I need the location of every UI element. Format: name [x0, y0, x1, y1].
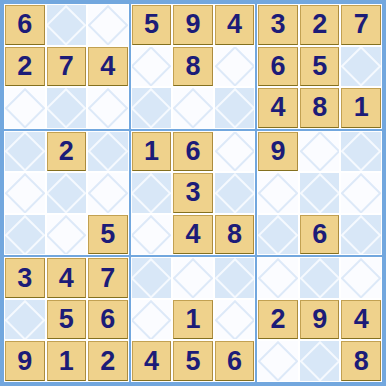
diamond-icon [300, 341, 340, 381]
cell-r7c9[interactable] [341, 258, 381, 298]
cell-r9c5[interactable]: 5 [173, 341, 213, 381]
cell-r6c4[interactable] [132, 215, 172, 255]
diamond-icon [341, 215, 381, 255]
cell-r5c2[interactable] [47, 173, 87, 213]
diamond-icon [215, 132, 255, 172]
cell-r5c3[interactable] [88, 173, 128, 213]
diamond-icon [132, 47, 172, 87]
cell-r5c5[interactable]: 3 [173, 173, 213, 213]
diamond-icon [300, 173, 340, 213]
cell-r3c6[interactable] [215, 88, 255, 128]
cell-r8c3[interactable]: 6 [88, 300, 128, 340]
cell-r2c4[interactable] [132, 47, 172, 87]
diamond-icon [47, 215, 87, 255]
cell-r1c2[interactable] [47, 5, 87, 45]
cell-r9c9[interactable]: 8 [341, 341, 381, 381]
diamond-icon [88, 88, 128, 128]
cell-r4c6[interactable] [215, 132, 255, 172]
diamond-icon [173, 88, 213, 128]
box-2-2: 16348 [131, 131, 256, 256]
diamond-icon [341, 173, 381, 213]
cell-r2c9[interactable] [341, 47, 381, 87]
box-3-3: 2948 [257, 257, 382, 382]
cell-r8c6[interactable] [215, 300, 255, 340]
diamond-icon [215, 88, 255, 128]
box-1-2: 5948 [131, 4, 256, 129]
cell-r4c1[interactable] [5, 132, 45, 172]
box-3-2: 1456 [131, 257, 256, 382]
cell-r7c4[interactable] [132, 258, 172, 298]
cell-r2c8[interactable]: 5 [300, 47, 340, 87]
diamond-icon [258, 173, 298, 213]
diamond-icon [132, 258, 172, 298]
cell-r3c8[interactable]: 8 [300, 88, 340, 128]
cell-r1c7[interactable]: 3 [258, 5, 298, 45]
diamond-icon [5, 215, 45, 255]
cell-r5c1[interactable] [5, 173, 45, 213]
cell-r2c3[interactable]: 4 [88, 47, 128, 87]
cell-r4c3[interactable] [88, 132, 128, 172]
diamond-icon [132, 215, 172, 255]
box-1-3: 32765481 [257, 4, 382, 129]
diamond-icon [215, 300, 255, 340]
cell-r2c6[interactable] [215, 47, 255, 87]
diamond-icon [88, 132, 128, 172]
diamond-icon [258, 341, 298, 381]
cell-r8c1[interactable] [5, 300, 45, 340]
cell-r6c7[interactable] [258, 215, 298, 255]
cell-r6c5[interactable]: 4 [173, 215, 213, 255]
cell-r9c3[interactable]: 2 [88, 341, 128, 381]
cell-r6c9[interactable] [341, 215, 381, 255]
cell-r6c3[interactable]: 5 [88, 215, 128, 255]
cell-r8c8[interactable]: 9 [300, 300, 340, 340]
diamond-icon [88, 173, 128, 213]
diamond-icon [5, 300, 45, 340]
cell-r9c4[interactable]: 4 [132, 341, 172, 381]
cell-r8c2[interactable]: 5 [47, 300, 87, 340]
diamond-icon [258, 258, 298, 298]
cell-r7c2[interactable]: 4 [47, 258, 87, 298]
sudoku-board: 6274594832765481251634896347569121456294… [0, 0, 386, 386]
cell-r6c2[interactable] [47, 215, 87, 255]
diamond-icon [132, 173, 172, 213]
cell-r7c3[interactable]: 7 [88, 258, 128, 298]
cell-r5c7[interactable] [258, 173, 298, 213]
diamond-icon [47, 173, 87, 213]
diamond-icon [341, 132, 381, 172]
cell-r3c1[interactable] [5, 88, 45, 128]
diamond-icon [215, 173, 255, 213]
diamond-icon [341, 258, 381, 298]
diamond-icon [215, 258, 255, 298]
cell-r3c2[interactable] [47, 88, 87, 128]
cell-r5c6[interactable] [215, 173, 255, 213]
cell-r6c8[interactable]: 6 [300, 215, 340, 255]
cell-r5c4[interactable] [132, 173, 172, 213]
cell-r1c6[interactable]: 4 [215, 5, 255, 45]
diamond-icon [88, 5, 128, 45]
cell-r3c3[interactable] [88, 88, 128, 128]
diamond-icon [47, 5, 87, 45]
diamond-icon [132, 88, 172, 128]
cell-r9c6[interactable]: 6 [215, 341, 255, 381]
cell-r7c5[interactable] [173, 258, 213, 298]
box-2-3: 96 [257, 131, 382, 256]
diamond-icon [47, 88, 87, 128]
diamond-icon [132, 300, 172, 340]
cell-r3c7[interactable]: 4 [258, 88, 298, 128]
diamond-icon [258, 215, 298, 255]
cell-r9c2[interactable]: 1 [47, 341, 87, 381]
cell-r8c4[interactable] [132, 300, 172, 340]
cell-r5c8[interactable] [300, 173, 340, 213]
cell-r3c5[interactable] [173, 88, 213, 128]
cell-r2c2[interactable]: 7 [47, 47, 87, 87]
diamond-icon [5, 173, 45, 213]
diamond-icon [173, 258, 213, 298]
diamond-icon [215, 47, 255, 87]
cell-r7c1[interactable]: 3 [5, 258, 45, 298]
box-3-1: 34756912 [4, 257, 129, 382]
cell-r1c1[interactable]: 6 [5, 5, 45, 45]
cell-r9c8[interactable] [300, 341, 340, 381]
cell-r7c8[interactable] [300, 258, 340, 298]
cell-r9c1[interactable]: 9 [5, 341, 45, 381]
cell-r1c9[interactable]: 7 [341, 5, 381, 45]
box-1-1: 6274 [4, 4, 129, 129]
cell-r4c4[interactable]: 1 [132, 132, 172, 172]
diamond-icon [5, 88, 45, 128]
cell-r5c9[interactable] [341, 173, 381, 213]
cell-r7c6[interactable] [215, 258, 255, 298]
cell-r4c9[interactable] [341, 132, 381, 172]
cell-r1c8[interactable]: 2 [300, 5, 340, 45]
cell-r4c7[interactable]: 9 [258, 132, 298, 172]
cell-r1c4[interactable]: 5 [132, 5, 172, 45]
cell-r2c7[interactable]: 6 [258, 47, 298, 87]
cell-r2c5[interactable]: 8 [173, 47, 213, 87]
cell-r1c5[interactable]: 9 [173, 5, 213, 45]
cell-r8c5[interactable]: 1 [173, 300, 213, 340]
cell-r8c7[interactable]: 2 [258, 300, 298, 340]
cell-r8c9[interactable]: 4 [341, 300, 381, 340]
cell-r2c1[interactable]: 2 [5, 47, 45, 87]
cell-r7c7[interactable] [258, 258, 298, 298]
diamond-icon [5, 132, 45, 172]
diamond-icon [300, 258, 340, 298]
cell-r1c3[interactable] [88, 5, 128, 45]
cell-r9c7[interactable] [258, 341, 298, 381]
diamond-icon [300, 132, 340, 172]
cell-r4c2[interactable]: 2 [47, 132, 87, 172]
cell-r6c1[interactable] [5, 215, 45, 255]
cell-r3c9[interactable]: 1 [341, 88, 381, 128]
diamond-icon [341, 47, 381, 87]
cell-r3c4[interactable] [132, 88, 172, 128]
cell-r6c6[interactable]: 8 [215, 215, 255, 255]
cell-r4c8[interactable] [300, 132, 340, 172]
cell-r4c5[interactable]: 6 [173, 132, 213, 172]
box-2-1: 25 [4, 131, 129, 256]
